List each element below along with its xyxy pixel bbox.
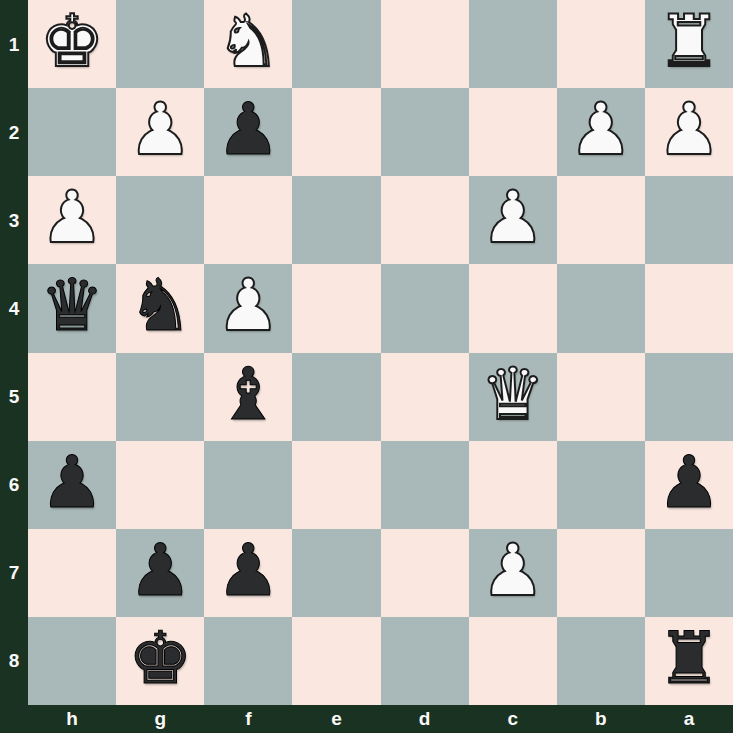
rank-label-8: 8: [0, 617, 28, 705]
square-f4[interactable]: ♟: [204, 264, 292, 352]
square-f3[interactable]: [204, 176, 292, 264]
piece-white-pawn-a2[interactable]: ♟: [657, 93, 722, 165]
square-d3[interactable]: [381, 176, 469, 264]
piece-white-pawn-c3[interactable]: ♟: [480, 181, 545, 253]
square-g1[interactable]: [116, 0, 204, 88]
square-b5[interactable]: [557, 353, 645, 441]
piece-black-pawn-g7[interactable]: ♟: [128, 534, 193, 606]
piece-white-pawn-c7[interactable]: ♟: [480, 534, 545, 606]
square-c3[interactable]: ♟: [469, 176, 557, 264]
square-d1[interactable]: [381, 0, 469, 88]
rank-label-2: 2: [0, 88, 28, 176]
square-h7[interactable]: [28, 529, 116, 617]
square-f5[interactable]: ♝: [204, 353, 292, 441]
square-h1[interactable]: ♚: [28, 0, 116, 88]
square-d4[interactable]: [381, 264, 469, 352]
square-a8[interactable]: ♜: [645, 617, 733, 705]
square-d5[interactable]: [381, 353, 469, 441]
square-h4[interactable]: ♛: [28, 264, 116, 352]
square-g4[interactable]: ♞: [116, 264, 204, 352]
square-b8[interactable]: [557, 617, 645, 705]
file-label-c: c: [469, 705, 557, 733]
square-a4[interactable]: [645, 264, 733, 352]
rank-label-7: 7: [0, 529, 28, 617]
square-b3[interactable]: [557, 176, 645, 264]
square-g7[interactable]: ♟: [116, 529, 204, 617]
file-label-e: e: [292, 705, 380, 733]
rank-label-1: 1: [0, 0, 28, 88]
square-a5[interactable]: [645, 353, 733, 441]
square-g2[interactable]: ♟: [116, 88, 204, 176]
square-e8[interactable]: [292, 617, 380, 705]
square-c2[interactable]: [469, 88, 557, 176]
square-f8[interactable]: [204, 617, 292, 705]
square-b2[interactable]: ♟: [557, 88, 645, 176]
chess-board: ♚♞♜♟♟♟♟♟♟♛♞♟♝♛♟♟♟♟♟♚♜: [28, 0, 733, 705]
square-b4[interactable]: [557, 264, 645, 352]
square-c1[interactable]: [469, 0, 557, 88]
piece-white-knight-f1[interactable]: ♞: [216, 5, 281, 77]
square-d6[interactable]: [381, 441, 469, 529]
piece-black-pawn-a6[interactable]: ♟: [657, 446, 722, 518]
square-e5[interactable]: [292, 353, 380, 441]
piece-white-queen-c5[interactable]: ♛: [480, 358, 545, 430]
file-labels: hgfedcba: [28, 705, 733, 733]
file-label-a: a: [645, 705, 733, 733]
file-label-d: d: [381, 705, 469, 733]
square-a1[interactable]: ♜: [645, 0, 733, 88]
square-g5[interactable]: [116, 353, 204, 441]
file-label-f: f: [204, 705, 292, 733]
piece-white-pawn-b2[interactable]: ♟: [569, 93, 634, 165]
square-h2[interactable]: [28, 88, 116, 176]
square-d8[interactable]: [381, 617, 469, 705]
piece-black-bishop-f5[interactable]: ♝: [216, 358, 281, 430]
piece-black-king-g8[interactable]: ♚: [128, 622, 193, 694]
file-label-g: g: [116, 705, 204, 733]
square-c7[interactable]: ♟: [469, 529, 557, 617]
square-e3[interactable]: [292, 176, 380, 264]
piece-black-queen-h4[interactable]: ♛: [40, 269, 105, 341]
file-label-h: h: [28, 705, 116, 733]
rank-label-6: 6: [0, 441, 28, 529]
piece-black-rook-a8[interactable]: ♜: [657, 622, 722, 694]
piece-black-pawn-h6[interactable]: ♟: [40, 446, 105, 518]
square-g3[interactable]: [116, 176, 204, 264]
piece-white-pawn-f4[interactable]: ♟: [216, 269, 281, 341]
square-d7[interactable]: [381, 529, 469, 617]
square-c6[interactable]: [469, 441, 557, 529]
square-e7[interactable]: [292, 529, 380, 617]
piece-white-king-h1[interactable]: ♚: [40, 5, 105, 77]
square-d2[interactable]: [381, 88, 469, 176]
square-c4[interactable]: [469, 264, 557, 352]
square-a3[interactable]: [645, 176, 733, 264]
rank-label-5: 5: [0, 353, 28, 441]
square-g8[interactable]: ♚: [116, 617, 204, 705]
piece-white-pawn-g2[interactable]: ♟: [128, 93, 193, 165]
chess-diagram: 12345678 ♚♞♜♟♟♟♟♟♟♛♞♟♝♛♟♟♟♟♟♚♜ hgfedcba: [0, 0, 733, 733]
square-e2[interactable]: [292, 88, 380, 176]
piece-black-pawn-f2[interactable]: ♟: [216, 93, 281, 165]
square-c8[interactable]: [469, 617, 557, 705]
file-label-b: b: [557, 705, 645, 733]
rank-label-3: 3: [0, 176, 28, 264]
square-f6[interactable]: [204, 441, 292, 529]
square-h3[interactable]: ♟: [28, 176, 116, 264]
square-e6[interactable]: [292, 441, 380, 529]
piece-white-pawn-h3[interactable]: ♟: [40, 181, 105, 253]
square-h8[interactable]: [28, 617, 116, 705]
rank-labels: 12345678: [0, 0, 28, 705]
square-g6[interactable]: [116, 441, 204, 529]
piece-black-pawn-f7[interactable]: ♟: [216, 534, 281, 606]
square-h6[interactable]: ♟: [28, 441, 116, 529]
rank-label-4: 4: [0, 264, 28, 352]
square-a7[interactable]: [645, 529, 733, 617]
square-c5[interactable]: ♛: [469, 353, 557, 441]
square-b7[interactable]: [557, 529, 645, 617]
square-e1[interactable]: [292, 0, 380, 88]
square-f7[interactable]: ♟: [204, 529, 292, 617]
square-h5[interactable]: [28, 353, 116, 441]
square-f1[interactable]: ♞: [204, 0, 292, 88]
square-a6[interactable]: ♟: [645, 441, 733, 529]
piece-black-knight-g4[interactable]: ♞: [128, 269, 193, 341]
square-e4[interactable]: [292, 264, 380, 352]
piece-white-rook-a1[interactable]: ♜: [657, 5, 722, 77]
square-a2[interactable]: ♟: [645, 88, 733, 176]
square-f2[interactable]: ♟: [204, 88, 292, 176]
square-b1[interactable]: [557, 0, 645, 88]
square-b6[interactable]: [557, 441, 645, 529]
